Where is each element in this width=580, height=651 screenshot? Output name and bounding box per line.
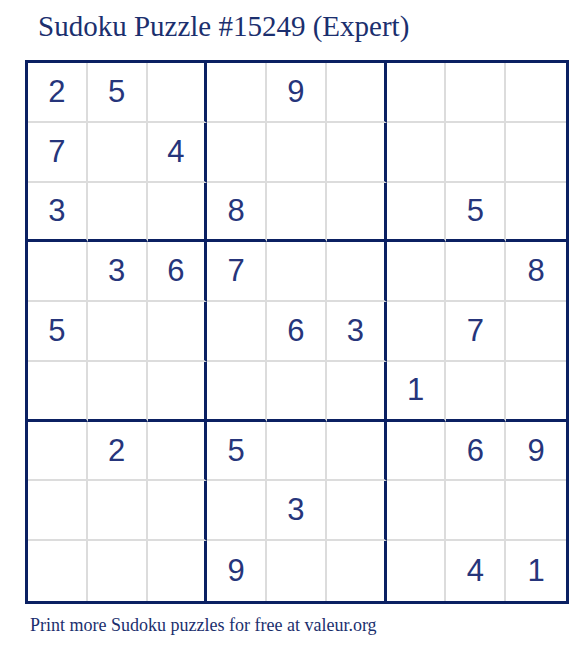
cell-r1c9 <box>506 63 566 123</box>
cell-r3c3 <box>148 183 208 243</box>
cell-r7c3 <box>148 422 208 482</box>
cell-r8c3 <box>148 481 208 541</box>
cell-r3c9 <box>506 183 566 243</box>
cell-r2c8 <box>446 123 506 183</box>
cell-r4c5 <box>267 242 327 302</box>
cell-r3c4: 8 <box>207 183 267 243</box>
cell-r4c2: 3 <box>88 242 148 302</box>
cell-r2c1: 7 <box>28 123 88 183</box>
cell-r1c7 <box>387 63 447 123</box>
cell-r9c7 <box>387 541 447 601</box>
cell-r3c8: 5 <box>446 183 506 243</box>
sudoku-page: Sudoku Puzzle #15249 (Expert) 2597438536… <box>0 0 580 651</box>
cell-r4c1 <box>28 242 88 302</box>
cell-r7c2: 2 <box>88 422 148 482</box>
cell-r2c4 <box>207 123 267 183</box>
cell-r4c8 <box>446 242 506 302</box>
cell-r7c6 <box>327 422 387 482</box>
cell-r4c7 <box>387 242 447 302</box>
cell-r2c7 <box>387 123 447 183</box>
cell-r9c3 <box>148 541 208 601</box>
page-title: Sudoku Puzzle #15249 (Expert) <box>38 10 409 43</box>
cell-r9c9: 1 <box>506 541 566 601</box>
cell-r1c8 <box>446 63 506 123</box>
cell-r9c6 <box>327 541 387 601</box>
cell-r6c8 <box>446 362 506 422</box>
cell-r4c9: 8 <box>506 242 566 302</box>
cell-r7c7 <box>387 422 447 482</box>
cell-r5c4 <box>207 302 267 362</box>
cell-r4c6 <box>327 242 387 302</box>
footer-note: Print more Sudoku puzzles for free at va… <box>30 615 377 636</box>
cell-r4c3: 6 <box>148 242 208 302</box>
cell-r2c5 <box>267 123 327 183</box>
cell-r6c7: 1 <box>387 362 447 422</box>
cell-r8c9 <box>506 481 566 541</box>
cell-r2c9 <box>506 123 566 183</box>
cell-r7c4: 5 <box>207 422 267 482</box>
cell-r8c1 <box>28 481 88 541</box>
cell-r7c1 <box>28 422 88 482</box>
cell-r3c1: 3 <box>28 183 88 243</box>
cell-r9c4: 9 <box>207 541 267 601</box>
cell-r6c6 <box>327 362 387 422</box>
cell-r9c2 <box>88 541 148 601</box>
cell-r8c6 <box>327 481 387 541</box>
cell-r6c5 <box>267 362 327 422</box>
cell-r5c8: 7 <box>446 302 506 362</box>
cell-r5c1: 5 <box>28 302 88 362</box>
cell-r4c4: 7 <box>207 242 267 302</box>
cell-r7c9: 9 <box>506 422 566 482</box>
cell-r3c2 <box>88 183 148 243</box>
cell-r3c7 <box>387 183 447 243</box>
cell-r6c1 <box>28 362 88 422</box>
cell-r2c2 <box>88 123 148 183</box>
cell-r3c6 <box>327 183 387 243</box>
cell-r8c2 <box>88 481 148 541</box>
sudoku-board: 2597438536785637125693941 <box>25 60 569 604</box>
cell-r1c4 <box>207 63 267 123</box>
cell-r8c8 <box>446 481 506 541</box>
cell-r1c3 <box>148 63 208 123</box>
cell-r9c8: 4 <box>446 541 506 601</box>
cell-r8c5: 3 <box>267 481 327 541</box>
cell-r7c5 <box>267 422 327 482</box>
cell-r1c1: 2 <box>28 63 88 123</box>
cell-r9c1 <box>28 541 88 601</box>
cell-r7c8: 6 <box>446 422 506 482</box>
cell-r8c7 <box>387 481 447 541</box>
cell-r5c5: 6 <box>267 302 327 362</box>
cell-r6c3 <box>148 362 208 422</box>
cell-r2c3: 4 <box>148 123 208 183</box>
cell-r2c6 <box>327 123 387 183</box>
cell-r1c2: 5 <box>88 63 148 123</box>
cell-r5c7 <box>387 302 447 362</box>
cell-r8c4 <box>207 481 267 541</box>
cell-r5c9 <box>506 302 566 362</box>
cell-r6c4 <box>207 362 267 422</box>
cell-r5c3 <box>148 302 208 362</box>
cell-r1c6 <box>327 63 387 123</box>
cell-r1c5: 9 <box>267 63 327 123</box>
cell-r6c9 <box>506 362 566 422</box>
cell-r9c5 <box>267 541 327 601</box>
cell-r5c2 <box>88 302 148 362</box>
cell-r3c5 <box>267 183 327 243</box>
cell-r5c6: 3 <box>327 302 387 362</box>
cell-r6c2 <box>88 362 148 422</box>
